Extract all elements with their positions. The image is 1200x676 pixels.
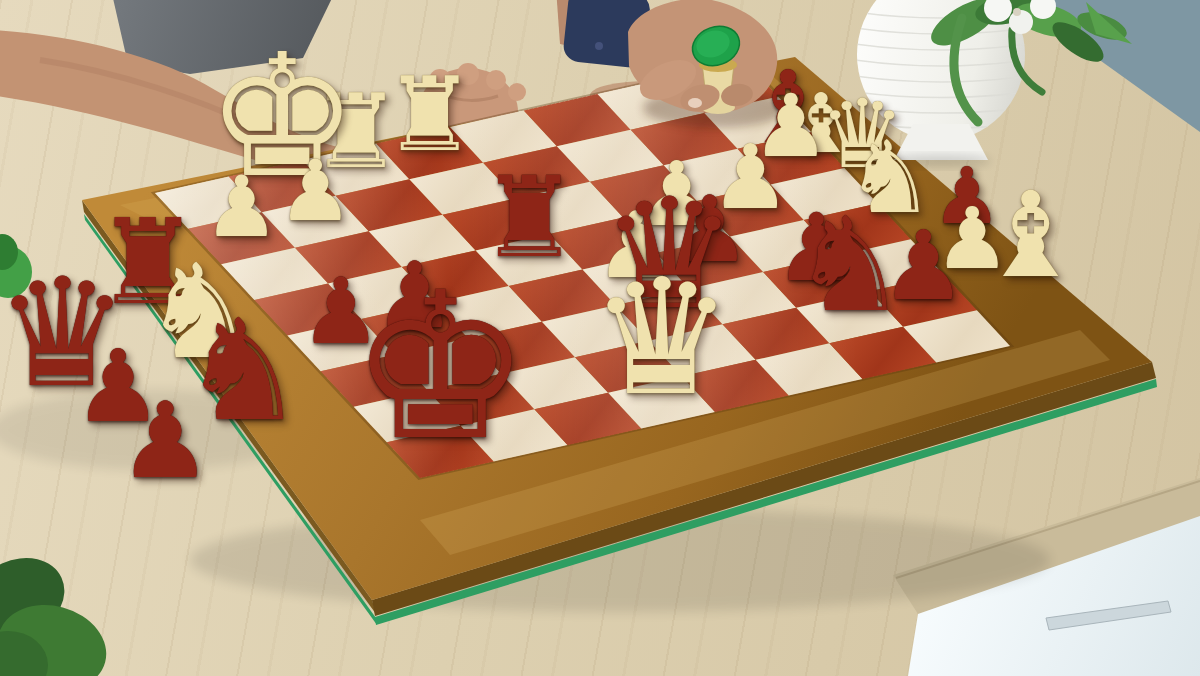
scene: ♝♝♜♟♛♜♚♟♞♟♟♟♟♜♟♟♟♝♟♟♜♛♞♟♟♞♛♛♟♞♚♟ (0, 0, 1200, 676)
pieces-layer: ♝♝♜♟♛♜♚♟♞♟♟♟♟♜♟♟♟♝♟♟♜♛♞♟♟♞♛♛♟♞♚♟ (0, 0, 1200, 676)
piece-red-knight-g2[interactable]: ♞ (791, 206, 908, 326)
white-bishop-captured-2[interactable]: ♝ (978, 181, 1084, 290)
piece-red-king-a1[interactable]: ♚ (349, 274, 531, 461)
red-pawn-captured-2[interactable]: ♟ (118, 393, 212, 490)
piece-white-pawn-b7[interactable]: ♟ (277, 153, 353, 231)
piece-white-queen-d1[interactable]: ♛ (590, 264, 734, 411)
